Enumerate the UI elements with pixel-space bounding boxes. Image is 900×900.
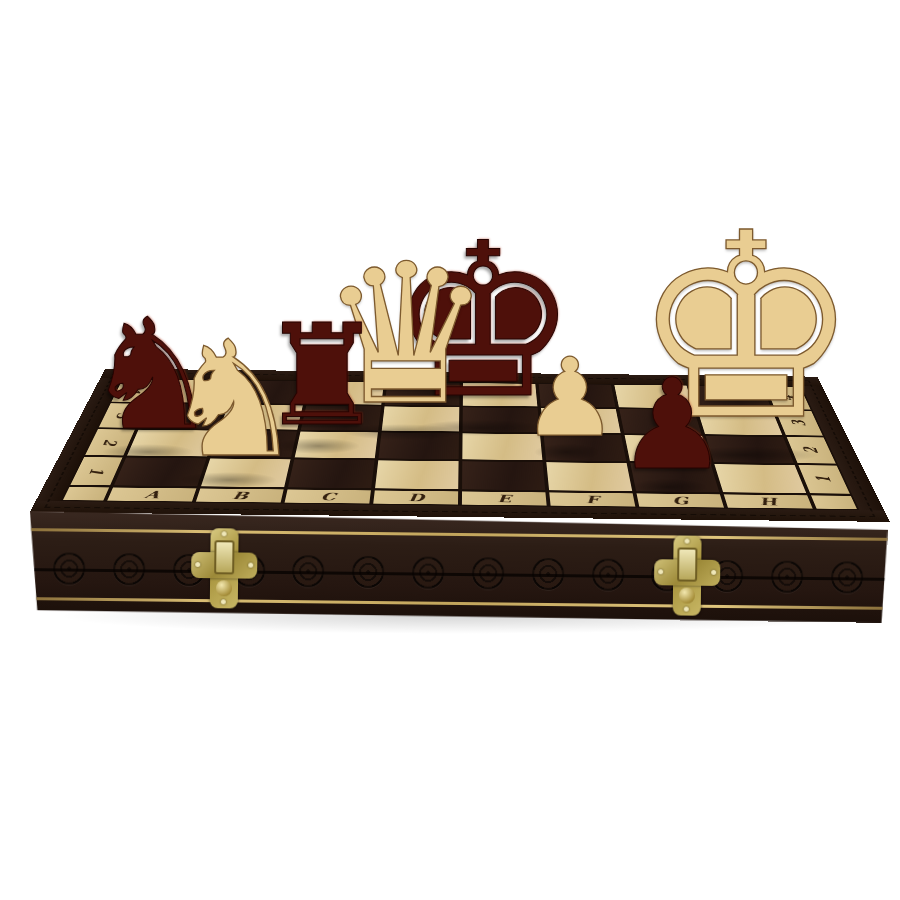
file-label-e: E [460, 490, 549, 506]
file-label-b: B [194, 487, 286, 503]
square-a3 [137, 403, 227, 430]
square-b3 [218, 404, 305, 431]
file-label-f: F [547, 491, 637, 507]
square-g4 [612, 384, 695, 409]
square-g3 [617, 408, 703, 435]
box-front-face [29, 511, 888, 623]
brass-clasp-right [654, 535, 721, 616]
piece-shadow-h2 [665, 447, 819, 463]
square-e4 [461, 382, 539, 407]
square-a4 [148, 379, 234, 404]
square-h3 [696, 409, 785, 436]
file-label-c: C [282, 488, 373, 504]
board-ranks: 44332211 [44, 378, 877, 495]
square-d4 [383, 381, 461, 406]
square-b4 [227, 380, 311, 405]
square-c1 [286, 458, 377, 489]
piece-shadow-f2 [534, 444, 599, 460]
square-f3 [539, 407, 622, 434]
square-f4 [537, 383, 617, 408]
brass-clasp-left [191, 528, 258, 609]
file-label-g: G [634, 492, 726, 508]
piece-shadow-g1 [631, 479, 706, 495]
square-h1 [712, 463, 808, 494]
corner-cell-left [60, 486, 111, 502]
square-h4 [688, 385, 774, 410]
piece-shadow-c2 [276, 438, 360, 454]
corner-cell-right [809, 494, 860, 510]
file-label-h: H [722, 493, 816, 509]
piece-shadow-d3 [344, 424, 460, 440]
square-c4 [305, 380, 386, 405]
file-label-d: D [371, 489, 460, 505]
square-f1 [544, 461, 634, 492]
square-d1 [373, 459, 460, 490]
square-e2 [460, 432, 544, 461]
square-e1 [460, 460, 547, 491]
piece-shadow-b1 [181, 472, 277, 488]
product-photo-chess-box: 44332211 ABCDEFGH ♞♞♜♛♚♟♟♚ [0, 0, 900, 900]
gold-pinstripe-bottom [29, 597, 887, 610]
file-label-a: A [105, 486, 199, 502]
piece-shadow-a2 [102, 444, 194, 460]
gold-pinstripe-top [30, 528, 888, 541]
